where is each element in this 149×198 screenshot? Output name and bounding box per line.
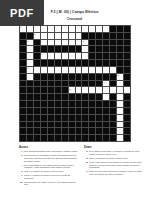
cell-number: 8 [117, 74, 118, 76]
grid-cell-white [117, 108, 123, 114]
grid-cell-black [124, 46, 130, 52]
cell-number: 6 [41, 53, 42, 55]
grid-cell-black [41, 135, 47, 141]
grid-cell-white [34, 67, 40, 73]
grid-cell-black [34, 74, 40, 80]
grid-cell-white [27, 53, 33, 59]
grid-cell-black [55, 81, 61, 87]
grid-cell-black [62, 108, 68, 114]
grid-cell-black [96, 122, 102, 128]
grid-cell-black [110, 26, 116, 32]
clue-item: 2Na presença de um campo elétrico, uma c… [19, 154, 78, 162]
grid-cell-black [62, 87, 68, 93]
grid-cell-black [34, 115, 40, 121]
grid-cell-white [117, 94, 123, 100]
grid-cell-black [89, 108, 95, 114]
grid-cell-black [96, 46, 102, 52]
grid-cell-black [20, 108, 26, 114]
clue-item: 5Qual é a unidade de carga elétrica no S… [84, 157, 143, 160]
grid-cell-black [110, 128, 116, 134]
clue-text: Para delimitar um campo elétrico é neces… [24, 181, 78, 186]
grid-cell-black [124, 74, 130, 80]
grid-cell-white [69, 67, 75, 73]
grid-cell-black [110, 135, 116, 141]
grid-cell-white: 1 [20, 26, 26, 32]
grid-cell-white [27, 60, 33, 66]
grid-cell-black [82, 108, 88, 114]
grid-cell-black [103, 40, 109, 46]
grid-cell-black [48, 94, 54, 100]
grid-cell-white [69, 40, 75, 46]
grid-cell-black [82, 60, 88, 66]
clue-number: 1 [19, 150, 22, 153]
grid-cell-black [27, 94, 33, 100]
grid-cell-black [96, 33, 102, 39]
grid-cell-black [34, 46, 40, 52]
clue-text: Como é o gráfico do campo elétrico em fu… [24, 174, 78, 179]
clue-text: Se a carga elétrica fonte é negativa, o … [89, 150, 143, 155]
grid-cell-black [34, 87, 40, 93]
grid-cell-black [20, 122, 26, 128]
grid-cell-black [103, 53, 109, 59]
grid-cell-black [96, 74, 102, 80]
grid-cell-black [124, 108, 130, 114]
grid-cell-black [55, 74, 61, 80]
grid-cell-black [110, 94, 116, 100]
grid-cell-black [82, 135, 88, 141]
clue-item: 8O que uma carga elétrica origina no esp… [84, 161, 143, 169]
grid-cell-black [20, 60, 26, 66]
grid-cell-black [76, 115, 82, 121]
grid-cell-black [41, 115, 47, 121]
grid-cell-black [69, 135, 75, 141]
grid-cell-black [82, 81, 88, 87]
grid-cell-white [76, 33, 82, 39]
grid-cell-black [96, 94, 102, 100]
grid-cell-white [110, 87, 116, 93]
grid-cell-black [117, 60, 123, 66]
grid-cell-black [41, 60, 47, 66]
clue-text: Que estratégia usamos para representar o… [24, 150, 77, 153]
grid-cell-white: 2 [34, 33, 40, 39]
grid-cell-black [48, 46, 54, 52]
grid-cell-white [69, 33, 75, 39]
grid-cell-white [48, 33, 54, 39]
cell-number: 10 [69, 88, 71, 90]
grid-cell-black [27, 87, 33, 93]
grid-cell-white [55, 53, 61, 59]
clue-text: Nome do vetor que representa o campo elé… [89, 170, 143, 175]
grid-cell-black [48, 108, 54, 114]
clue-number: 6 [19, 170, 22, 173]
grid-cell-black [55, 101, 61, 107]
grid-cell-black [117, 40, 123, 46]
grid-cell-black [96, 108, 102, 114]
pdf-thumbnail[interactable]: PDF F.3 (.M. 30) | Campo Elétrico Crossw… [0, 0, 149, 198]
grid-cell-black [69, 60, 75, 66]
grid-cell-black [124, 81, 130, 87]
grid-cell-white [41, 33, 47, 39]
grid-cell-black [27, 135, 33, 141]
grid-cell-black [103, 135, 109, 141]
grid-cell-white [103, 87, 109, 93]
grid-cell-black [20, 46, 26, 52]
grid-cell-white [48, 53, 54, 59]
grid-cell-black [34, 81, 40, 87]
grid-cell-black [82, 115, 88, 121]
grid-cell-black [110, 115, 116, 121]
grid-cell-black [76, 60, 82, 66]
grid-cell-white [55, 67, 61, 73]
clue-number: 5 [84, 157, 87, 160]
grid-cell-white [27, 26, 33, 32]
grid-cell-white [110, 67, 116, 73]
grid-cell-black [117, 26, 123, 32]
grid-cell-black [20, 87, 26, 93]
grid-cell-white [103, 94, 109, 100]
grid-cell-black [76, 46, 82, 52]
clue-text: Na presença de um campo elétrico, uma ca… [24, 154, 78, 162]
grid-cell-black [110, 40, 116, 46]
grid-cell-black [110, 46, 116, 52]
grid-cell-white [82, 67, 88, 73]
clue-item: 6Qual é a unidade de campo elétrico no S… [19, 170, 78, 173]
grid-cell-black [34, 122, 40, 128]
grid-cell-white [117, 81, 123, 87]
grid-cell-white [69, 53, 75, 59]
grid-cell-white [55, 40, 61, 46]
grid-cell-white [48, 26, 54, 32]
grid-cell-black [20, 74, 26, 80]
cell-number: 3 [27, 40, 28, 42]
grid-cell-white: 4 [41, 40, 47, 46]
grid-cell-black [41, 81, 47, 87]
grid-cell-black [103, 108, 109, 114]
grid-cell-black [110, 53, 116, 59]
grid-cell-black [69, 94, 75, 100]
grid-cell-black [20, 33, 26, 39]
grid-cell-black [103, 74, 109, 80]
grid-cell-black [48, 122, 54, 128]
grid-cell-black [110, 108, 116, 114]
grid-cell-black [27, 33, 33, 39]
grid-cell-white: 3 [27, 40, 33, 46]
grid-cell-black [41, 101, 47, 107]
grid-cell-black [48, 81, 54, 87]
grid-cell-black [82, 122, 88, 128]
clue-number: 2 [19, 154, 22, 162]
grid-cell-black [89, 94, 95, 100]
grid-cell-black [41, 94, 47, 100]
clue-item: 3Se a carga elétrica fonte é negativa, o… [84, 150, 143, 155]
grid-cell-white [103, 67, 109, 73]
grid-cell-black [103, 128, 109, 134]
grid-cell-black [110, 122, 116, 128]
clue-text: O que uma carga elétrica origina no espa… [89, 161, 143, 169]
grid-cell-white [82, 26, 88, 32]
grid-cell-black [55, 115, 61, 121]
grid-cell-black [62, 74, 68, 80]
grid-cell-white [82, 46, 88, 52]
grid-cell-black [41, 74, 47, 80]
grid-cell-black [76, 122, 82, 128]
grid-cell-black [110, 101, 116, 107]
grid-cell-black [124, 101, 130, 107]
grid-cell-white [62, 67, 68, 73]
grid-cell-black [69, 81, 75, 87]
grid-cell-black [62, 46, 68, 52]
down-heading: Down [84, 146, 143, 149]
grid-cell-black [34, 101, 40, 107]
grid-cell-black [103, 115, 109, 121]
grid-cell-black [62, 135, 68, 141]
grid-cell-black [76, 74, 82, 80]
clue-text: Qual é a unidade de campo elétrico no SI… [24, 170, 63, 173]
grid-cell-white: 6 [41, 53, 47, 59]
grid-cell-white [117, 128, 123, 134]
grid-cell-black [55, 46, 61, 52]
grid-cell-black [82, 128, 88, 134]
grid-cell-black [55, 122, 61, 128]
clue-text: Se a intensidade de um campo elétrico nu… [24, 164, 78, 169]
grid-cell-black [82, 101, 88, 107]
grid-cell-white [82, 53, 88, 59]
grid-cell-white [55, 26, 61, 32]
clue-number: 3 [84, 150, 87, 155]
grid-cell-black [96, 115, 102, 121]
grid-cell-black [62, 101, 68, 107]
cell-number: 9 [104, 81, 105, 83]
across-heading: Across [19, 146, 78, 149]
grid-cell-black [27, 128, 33, 134]
grid-cell-black [124, 115, 130, 121]
clue-number: 9 [84, 170, 87, 175]
grid-cell-black [103, 33, 109, 39]
grid-cell-black [20, 53, 26, 59]
grid-cell-black [62, 94, 68, 100]
grid-cell-black [41, 122, 47, 128]
clue-item: 7Como é o gráfico do campo elétrico em f… [19, 174, 78, 179]
grid-cell-white [41, 26, 47, 32]
grid-cell-white [41, 67, 47, 73]
grid-cell-black [76, 128, 82, 134]
clue-number: 10 [19, 181, 22, 186]
grid-cell-black [27, 122, 33, 128]
grid-cell-black [55, 94, 61, 100]
grid-cell-black [62, 60, 68, 66]
grid-cell-black [34, 60, 40, 66]
grid-cell-white: 9 [103, 81, 109, 87]
grid-cell-black [69, 101, 75, 107]
grid-cell-black [27, 81, 33, 87]
grid-cell-white [48, 40, 54, 46]
grid-cell-black [20, 67, 26, 73]
grid-cell-black [20, 40, 26, 46]
across-list: 1Que estratégia usamos para representar … [19, 150, 78, 185]
grid-cell-black [110, 74, 116, 80]
grid-cell-white [55, 33, 61, 39]
crossword-grid: 12345678910 [19, 25, 131, 142]
grid-cell-black [55, 128, 61, 134]
cell-number: 4 [41, 40, 42, 42]
grid-cell-black [55, 87, 61, 93]
grid-cell-black [89, 135, 95, 141]
grid-cell-white: 7 [27, 67, 33, 73]
grid-cell-black [20, 115, 26, 121]
grid-cell-black [110, 60, 116, 66]
grid-cell-black [55, 108, 61, 114]
cell-number: 2 [34, 33, 35, 35]
grid-cell-black [117, 53, 123, 59]
grid-cell-black [124, 128, 130, 134]
grid-cell-white [62, 33, 68, 39]
grid-cell-black [69, 74, 75, 80]
grid-cell-black [76, 81, 82, 87]
grid-cell-white [76, 67, 82, 73]
grid-cell-white [96, 67, 102, 73]
grid-cell-black [41, 87, 47, 93]
grid-cell-white [62, 26, 68, 32]
grid-cell-white [76, 87, 82, 93]
grid-cell-black [89, 101, 95, 107]
grid-cell-black [48, 87, 54, 93]
cell-number: 1 [20, 26, 21, 28]
grid-cell-black [34, 94, 40, 100]
across-clues: Across 1Que estratégia usamos para repre… [19, 146, 78, 187]
grid-cell-black [62, 122, 68, 128]
grid-cell-black [89, 46, 95, 52]
grid-cell-black [48, 115, 54, 121]
grid-cell-black [96, 128, 102, 134]
grid-cell-black [69, 46, 75, 52]
grid-cell-black [20, 81, 26, 87]
grid-cell-black [76, 135, 82, 141]
cell-number: 7 [27, 67, 28, 69]
grid-cell-black [20, 94, 26, 100]
pdf-badge-label: PDF [10, 7, 34, 19]
grid-cell-white [117, 101, 123, 107]
grid-cell-black [96, 40, 102, 46]
grid-cell-black [55, 60, 61, 66]
clue-item: 9Nome do vetor que representa o campo el… [84, 170, 143, 175]
grid-cell-black [89, 115, 95, 121]
grid-cell-black [48, 128, 54, 134]
grid-cell-white [124, 87, 130, 93]
grid-cell-black [62, 115, 68, 121]
grid-cell-white [89, 67, 95, 73]
grid-cell-black [124, 60, 130, 66]
grid-cell-black [41, 108, 47, 114]
grid-cell-black [96, 101, 102, 107]
grid-cell-white [117, 122, 123, 128]
grid-cell-black [69, 115, 75, 121]
grid-cell-black [110, 33, 116, 39]
grid-cell-black [34, 40, 40, 46]
clue-item: 10Para delimitar um campo elétrico é nec… [19, 181, 78, 186]
grid-cell-white: 8 [117, 74, 123, 80]
grid-cell-black [27, 101, 33, 107]
clue-number: 4 [19, 164, 22, 169]
grid-cell-black [89, 74, 95, 80]
grid-cell-black [89, 60, 95, 66]
grid-cell-white [89, 87, 95, 93]
grid-cell-white [117, 135, 123, 141]
grid-cell-black [89, 122, 95, 128]
clue-item: 1Que estratégia usamos para representar … [19, 150, 78, 153]
grid-cell-black [96, 53, 102, 59]
grid-cell-black [103, 46, 109, 52]
grid-cell-white [96, 87, 102, 93]
grid-cell-black [96, 135, 102, 141]
clue-section: Across 1Que estratégia usamos para repre… [19, 146, 143, 187]
grid-cell-black [20, 135, 26, 141]
grid-cell-black [82, 33, 88, 39]
grid-cell-black [27, 108, 33, 114]
grid-cell-white [76, 53, 82, 59]
pdf-badge: PDF [0, 0, 44, 26]
grid-cell-black [117, 67, 123, 73]
cell-number: 5 [83, 40, 84, 42]
grid-cell-white [27, 74, 33, 80]
grid-cell-white [89, 26, 95, 32]
grid-cell-black [82, 74, 88, 80]
grid-cell-black [82, 94, 88, 100]
grid-cell-black [124, 53, 130, 59]
grid-cell-black [124, 33, 130, 39]
grid-cell-white: 10 [69, 87, 75, 93]
down-list: 3Se a carga elétrica fonte é negativa, o… [84, 150, 143, 175]
grid-cell-white: 5 [82, 40, 88, 46]
grid-cell-black [124, 67, 130, 73]
grid-cell-white [76, 40, 82, 46]
grid-cell-black [69, 108, 75, 114]
grid-cell-black [69, 122, 75, 128]
grid-cell-black [124, 94, 130, 100]
grid-cell-black [62, 81, 68, 87]
grid-cell-white [69, 26, 75, 32]
grid-cell-white [27, 46, 33, 52]
grid-cell-black [41, 46, 47, 52]
grid-cell-black [41, 128, 47, 134]
grid-cell-white [96, 26, 102, 32]
grid-cell-black [55, 135, 61, 141]
grid-cell-black [69, 128, 75, 134]
grid-cell-black [34, 53, 40, 59]
grid-cell-black [34, 108, 40, 114]
grid-cell-black [48, 101, 54, 107]
grid-cell-black [110, 81, 116, 87]
grid-cell-black [34, 135, 40, 141]
grid-cell-black [117, 46, 123, 52]
grid-cell-black [124, 122, 130, 128]
grid-cell-black [117, 33, 123, 39]
grid-cell-black [62, 128, 68, 134]
grid-cell-black [124, 40, 130, 46]
grid-cell-black [124, 135, 130, 141]
grid-cell-white [82, 87, 88, 93]
grid-cell-black [89, 33, 95, 39]
grid-cell-white [76, 26, 82, 32]
clue-item: 4Se a intensidade de um campo elétrico n… [19, 164, 78, 169]
grid-cell-black [48, 60, 54, 66]
grid-cell-black [89, 53, 95, 59]
clue-number: 8 [84, 161, 87, 169]
grid-cell-black [89, 128, 95, 134]
grid-cell-black [89, 40, 95, 46]
grid-cell-black [76, 101, 82, 107]
grid-cell-white [117, 87, 123, 93]
grid-cell-black [76, 94, 82, 100]
